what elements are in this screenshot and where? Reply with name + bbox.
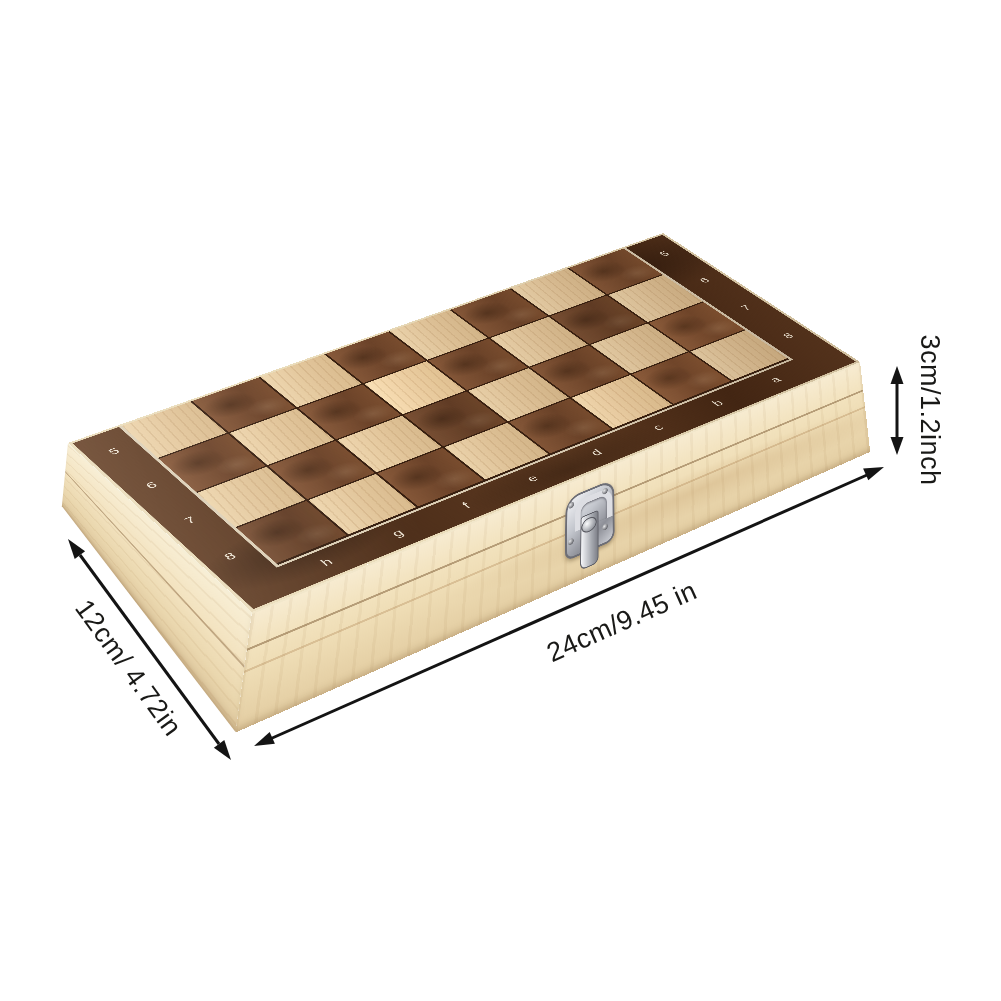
arrow-height-3cm xyxy=(891,366,904,455)
dimension-arrows xyxy=(0,0,1001,1001)
product-photo-stage: 5678 5678 hgfedcba 24cm/9.45 in 12cm/ 4.… xyxy=(0,0,1001,1001)
arrow-length-24cm xyxy=(254,467,884,746)
dimension-label-height: 3cm/1.2inch xyxy=(914,334,945,485)
arrow-width-12cm xyxy=(68,539,231,760)
